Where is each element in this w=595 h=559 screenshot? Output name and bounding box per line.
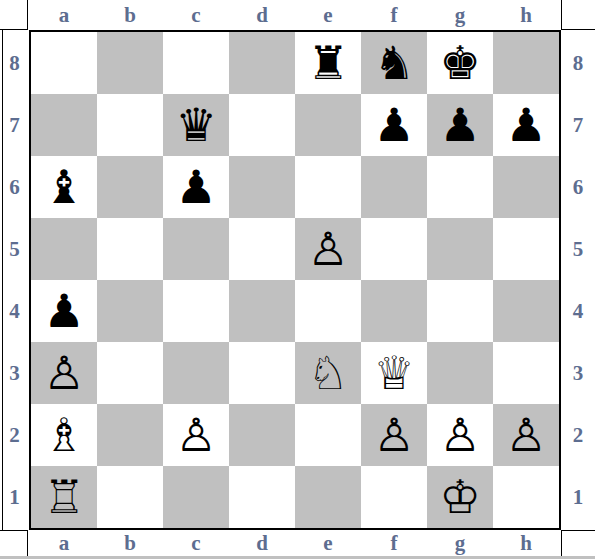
square-c2[interactable]: ♙ [163,404,229,466]
white-rook[interactable]: ♖ [43,474,84,520]
white-king[interactable]: ♔ [439,474,480,520]
white-pawn[interactable]: ♙ [175,412,216,458]
square-c8[interactable] [163,32,229,94]
rank-label-3: 3 [0,342,29,404]
square-g1[interactable]: ♔ [427,466,493,528]
file-label-b: b [97,530,163,556]
square-e2[interactable] [295,404,361,466]
square-g7[interactable]: ♟ [427,94,493,156]
square-f5[interactable] [361,218,427,280]
square-h5[interactable] [493,218,559,280]
white-pawn[interactable]: ♙ [373,412,414,458]
rank-label-8: 8 [0,32,29,94]
square-e1[interactable] [295,466,361,528]
square-d8[interactable] [229,32,295,94]
square-f6[interactable] [361,156,427,218]
square-h6[interactable] [493,156,559,218]
square-b5[interactable] [97,218,163,280]
square-d3[interactable] [229,342,295,404]
square-b1[interactable] [97,466,163,528]
rank-label-2: 2 [561,404,595,466]
file-label-e: e [295,530,361,556]
square-d1[interactable] [229,466,295,528]
white-bishop[interactable]: ♗ [43,412,84,458]
corner-bottom-right [561,530,595,556]
rank-label-5: 5 [0,218,29,280]
square-c1[interactable] [163,466,229,528]
black-king[interactable]: ♚ [439,40,480,86]
square-f7[interactable]: ♟ [361,94,427,156]
square-h8[interactable] [493,32,559,94]
square-a3[interactable]: ♙ [31,342,97,404]
file-label-e: e [295,0,361,30]
black-queen[interactable]: ♛ [175,102,216,148]
square-c5[interactable] [163,218,229,280]
rank-label-1: 1 [561,466,595,528]
square-a7[interactable] [31,94,97,156]
square-h3[interactable] [493,342,559,404]
square-g6[interactable] [427,156,493,218]
square-g3[interactable] [427,342,493,404]
file-label-f: f [361,530,427,556]
file-label-f: f [361,0,427,30]
square-f2[interactable]: ♙ [361,404,427,466]
rank-label-7: 7 [561,94,595,156]
square-d5[interactable] [229,218,295,280]
white-pawn[interactable]: ♙ [43,350,84,396]
square-d7[interactable] [229,94,295,156]
file-labels-top: abcdefgh [31,0,559,30]
file-label-c: c [163,530,229,556]
rank-label-3: 3 [561,342,595,404]
black-bishop[interactable]: ♝ [43,164,84,210]
white-pawn[interactable]: ♙ [439,412,480,458]
rank-label-4: 4 [561,280,595,342]
file-label-g: g [427,530,493,556]
square-e7[interactable] [295,94,361,156]
rank-label-7: 7 [0,94,29,156]
file-label-c: c [163,0,229,30]
square-f8[interactable]: ♞ [361,32,427,94]
white-pawn[interactable]: ♙ [505,412,546,458]
file-labels-bottom: abcdefgh [31,530,559,556]
square-b6[interactable] [97,156,163,218]
square-e3[interactable]: ♘ [295,342,361,404]
square-a1[interactable]: ♖ [31,466,97,528]
square-f3[interactable]: ♕ [361,342,427,404]
square-f1[interactable] [361,466,427,528]
square-g2[interactable]: ♙ [427,404,493,466]
square-a5[interactable] [31,218,97,280]
chess-board: ♜♞♚♛♟♟♟♝♟♙♟♙♘♕♗♙♙♙♙♖♔ [29,30,561,530]
rank-label-4: 4 [0,280,29,342]
square-h7[interactable]: ♟ [493,94,559,156]
black-pawn[interactable]: ♟ [175,164,216,210]
square-a8[interactable] [31,32,97,94]
square-c6[interactable]: ♟ [163,156,229,218]
file-label-b: b [97,0,163,30]
square-e5[interactable]: ♙ [295,218,361,280]
square-a6[interactable]: ♝ [31,156,97,218]
file-label-g: g [427,0,493,30]
rank-label-8: 8 [561,32,595,94]
square-f4[interactable] [361,280,427,342]
rank-label-2: 2 [0,404,29,466]
square-h2[interactable]: ♙ [493,404,559,466]
white-queen[interactable]: ♕ [373,350,414,396]
file-label-a: a [31,0,97,30]
chess-diagram: abcdefgh 87654321 ♜♞♚♛♟♟♟♝♟♙♟♙♘♕♗♙♙♙♙♖♔ … [0,0,595,559]
rank-label-6: 6 [0,156,29,218]
corner-bottom-left [0,530,28,556]
corner-top-right [561,0,595,30]
black-knight[interactable]: ♞ [373,40,414,86]
square-b3[interactable] [97,342,163,404]
black-pawn[interactable]: ♟ [505,102,546,148]
square-b4[interactable] [97,280,163,342]
rank-label-6: 6 [561,156,595,218]
square-c7[interactable]: ♛ [163,94,229,156]
square-a2[interactable]: ♗ [31,404,97,466]
black-pawn[interactable]: ♟ [439,102,480,148]
file-label-a: a [31,530,97,556]
square-h4[interactable] [493,280,559,342]
square-h1[interactable] [493,466,559,528]
file-label-d: d [229,0,295,30]
rank-label-1: 1 [0,466,29,528]
corner-top-left [0,0,28,30]
square-a4[interactable]: ♟ [31,280,97,342]
square-b8[interactable] [97,32,163,94]
square-g4[interactable] [427,280,493,342]
rank-labels-right: 87654321 [561,32,595,528]
black-rook[interactable]: ♜ [307,40,348,86]
square-d2[interactable] [229,404,295,466]
white-pawn[interactable]: ♙ [307,226,348,272]
square-d4[interactable] [229,280,295,342]
black-pawn[interactable]: ♟ [43,288,84,334]
file-label-h: h [493,0,559,30]
square-e6[interactable] [295,156,361,218]
square-e4[interactable] [295,280,361,342]
black-pawn[interactable]: ♟ [373,102,414,148]
square-g5[interactable] [427,218,493,280]
square-e8[interactable]: ♜ [295,32,361,94]
square-c4[interactable] [163,280,229,342]
file-label-h: h [493,530,559,556]
white-knight[interactable]: ♘ [307,350,348,396]
square-g8[interactable]: ♚ [427,32,493,94]
square-d6[interactable] [229,156,295,218]
file-label-d: d [229,530,295,556]
square-c3[interactable] [163,342,229,404]
square-b2[interactable] [97,404,163,466]
rank-label-5: 5 [561,218,595,280]
square-b7[interactable] [97,94,163,156]
rank-labels-left: 87654321 [0,32,29,528]
